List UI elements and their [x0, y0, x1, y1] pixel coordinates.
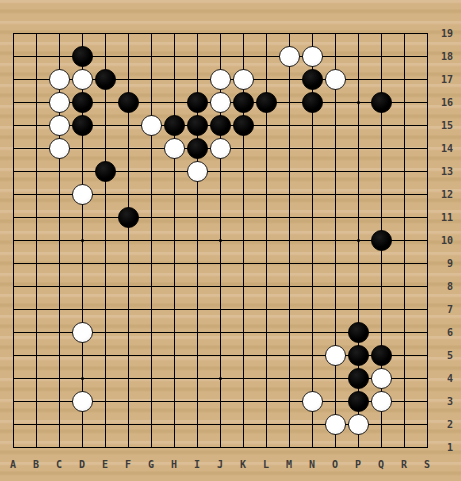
- cell-I6[interactable]: [186, 321, 209, 344]
- cell-C2[interactable]: [48, 413, 71, 436]
- cell-H18[interactable]: [163, 45, 186, 68]
- cell-P9[interactable]: [347, 252, 370, 275]
- cell-O3[interactable]: [324, 390, 347, 413]
- cell-R4[interactable]: [393, 367, 416, 390]
- cell-R15[interactable]: [393, 114, 416, 137]
- cell-I4[interactable]: [186, 367, 209, 390]
- cell-C8[interactable]: [48, 275, 71, 298]
- cell-D4[interactable]: [71, 367, 94, 390]
- cell-H11[interactable]: [163, 206, 186, 229]
- cell-Q6[interactable]: [370, 321, 393, 344]
- cell-O10[interactable]: [324, 229, 347, 252]
- cell-L13[interactable]: [255, 160, 278, 183]
- cell-M7[interactable]: [278, 298, 301, 321]
- cell-B13[interactable]: [25, 160, 48, 183]
- cell-A16[interactable]: [2, 91, 25, 114]
- cell-J5[interactable]: [209, 344, 232, 367]
- cell-E11[interactable]: [94, 206, 117, 229]
- cell-R11[interactable]: [393, 206, 416, 229]
- cell-O13[interactable]: [324, 160, 347, 183]
- cell-E14[interactable]: [94, 137, 117, 160]
- cell-N19[interactable]: [301, 22, 324, 45]
- cell-G1[interactable]: [140, 436, 163, 459]
- cell-F8[interactable]: [117, 275, 140, 298]
- cell-L9[interactable]: [255, 252, 278, 275]
- cell-M18[interactable]: [278, 45, 301, 68]
- cell-L3[interactable]: [255, 390, 278, 413]
- cell-O1[interactable]: [324, 436, 347, 459]
- cell-I9[interactable]: [186, 252, 209, 275]
- cell-F2[interactable]: [117, 413, 140, 436]
- cell-H13[interactable]: [163, 160, 186, 183]
- cell-D1[interactable]: [71, 436, 94, 459]
- cell-E3[interactable]: [94, 390, 117, 413]
- cell-A18[interactable]: [2, 45, 25, 68]
- cell-B1[interactable]: [25, 436, 48, 459]
- cell-P12[interactable]: [347, 183, 370, 206]
- cell-L17[interactable]: [255, 68, 278, 91]
- cell-N9[interactable]: [301, 252, 324, 275]
- cell-N14[interactable]: [301, 137, 324, 160]
- cell-Q19[interactable]: [370, 22, 393, 45]
- cell-K12[interactable]: [232, 183, 255, 206]
- cell-O14[interactable]: [324, 137, 347, 160]
- cell-F5[interactable]: [117, 344, 140, 367]
- cell-D8[interactable]: [71, 275, 94, 298]
- cell-I19[interactable]: [186, 22, 209, 45]
- cell-R14[interactable]: [393, 137, 416, 160]
- cell-E2[interactable]: [94, 413, 117, 436]
- cell-O16[interactable]: [324, 91, 347, 114]
- cell-J12[interactable]: [209, 183, 232, 206]
- cell-P1[interactable]: [347, 436, 370, 459]
- cell-D7[interactable]: [71, 298, 94, 321]
- cell-H2[interactable]: [163, 413, 186, 436]
- cell-R12[interactable]: [393, 183, 416, 206]
- cell-I5[interactable]: [186, 344, 209, 367]
- cell-J16[interactable]: [209, 91, 232, 114]
- cell-G12[interactable]: [140, 183, 163, 206]
- cell-D9[interactable]: [71, 252, 94, 275]
- cell-Q16[interactable]: [370, 91, 393, 114]
- cell-E9[interactable]: [94, 252, 117, 275]
- cell-D2[interactable]: [71, 413, 94, 436]
- cell-G10[interactable]: [140, 229, 163, 252]
- cell-K16[interactable]: [232, 91, 255, 114]
- cell-A3[interactable]: [2, 390, 25, 413]
- cell-M8[interactable]: [278, 275, 301, 298]
- cell-A12[interactable]: [2, 183, 25, 206]
- cell-Q14[interactable]: [370, 137, 393, 160]
- cell-M16[interactable]: [278, 91, 301, 114]
- cell-D19[interactable]: [71, 22, 94, 45]
- cell-G8[interactable]: [140, 275, 163, 298]
- cell-H5[interactable]: [163, 344, 186, 367]
- cell-B18[interactable]: [25, 45, 48, 68]
- cell-R3[interactable]: [393, 390, 416, 413]
- cell-H6[interactable]: [163, 321, 186, 344]
- cell-L19[interactable]: [255, 22, 278, 45]
- cell-O5[interactable]: [324, 344, 347, 367]
- cell-J4[interactable]: [209, 367, 232, 390]
- cell-N1[interactable]: [301, 436, 324, 459]
- cell-P3[interactable]: [347, 390, 370, 413]
- cell-P2[interactable]: [347, 413, 370, 436]
- cell-O6[interactable]: [324, 321, 347, 344]
- cell-C17[interactable]: [48, 68, 71, 91]
- cell-Q18[interactable]: [370, 45, 393, 68]
- cell-E1[interactable]: [94, 436, 117, 459]
- cell-I11[interactable]: [186, 206, 209, 229]
- cell-F4[interactable]: [117, 367, 140, 390]
- cell-D5[interactable]: [71, 344, 94, 367]
- cell-D17[interactable]: [71, 68, 94, 91]
- cell-J11[interactable]: [209, 206, 232, 229]
- cell-I7[interactable]: [186, 298, 209, 321]
- cell-F3[interactable]: [117, 390, 140, 413]
- cell-M10[interactable]: [278, 229, 301, 252]
- cell-H15[interactable]: [163, 114, 186, 137]
- cell-P5[interactable]: [347, 344, 370, 367]
- cell-B2[interactable]: [25, 413, 48, 436]
- cell-A1[interactable]: [2, 436, 25, 459]
- cell-B14[interactable]: [25, 137, 48, 160]
- cell-O2[interactable]: [324, 413, 347, 436]
- cell-F14[interactable]: [117, 137, 140, 160]
- cell-N17[interactable]: [301, 68, 324, 91]
- cell-H9[interactable]: [163, 252, 186, 275]
- cell-K14[interactable]: [232, 137, 255, 160]
- cell-I3[interactable]: [186, 390, 209, 413]
- cell-G17[interactable]: [140, 68, 163, 91]
- cell-I18[interactable]: [186, 45, 209, 68]
- cell-E10[interactable]: [94, 229, 117, 252]
- cell-R8[interactable]: [393, 275, 416, 298]
- cell-O18[interactable]: [324, 45, 347, 68]
- cell-L2[interactable]: [255, 413, 278, 436]
- cell-L11[interactable]: [255, 206, 278, 229]
- cell-G18[interactable]: [140, 45, 163, 68]
- cell-E7[interactable]: [94, 298, 117, 321]
- cell-O15[interactable]: [324, 114, 347, 137]
- cell-D11[interactable]: [71, 206, 94, 229]
- cell-E19[interactable]: [94, 22, 117, 45]
- cell-M19[interactable]: [278, 22, 301, 45]
- cell-B3[interactable]: [25, 390, 48, 413]
- cell-M12[interactable]: [278, 183, 301, 206]
- cell-O9[interactable]: [324, 252, 347, 275]
- cell-K11[interactable]: [232, 206, 255, 229]
- cell-I14[interactable]: [186, 137, 209, 160]
- cell-J1[interactable]: [209, 436, 232, 459]
- cell-J2[interactable]: [209, 413, 232, 436]
- cell-G6[interactable]: [140, 321, 163, 344]
- cell-A7[interactable]: [2, 298, 25, 321]
- cell-Q7[interactable]: [370, 298, 393, 321]
- cell-B10[interactable]: [25, 229, 48, 252]
- cell-L6[interactable]: [255, 321, 278, 344]
- cell-F10[interactable]: [117, 229, 140, 252]
- cell-P17[interactable]: [347, 68, 370, 91]
- cell-M9[interactable]: [278, 252, 301, 275]
- cell-G14[interactable]: [140, 137, 163, 160]
- cell-J18[interactable]: [209, 45, 232, 68]
- cell-K9[interactable]: [232, 252, 255, 275]
- cell-P8[interactable]: [347, 275, 370, 298]
- cell-M3[interactable]: [278, 390, 301, 413]
- cell-N8[interactable]: [301, 275, 324, 298]
- cell-J13[interactable]: [209, 160, 232, 183]
- cell-R6[interactable]: [393, 321, 416, 344]
- cell-O12[interactable]: [324, 183, 347, 206]
- cell-G7[interactable]: [140, 298, 163, 321]
- cell-R18[interactable]: [393, 45, 416, 68]
- cell-N18[interactable]: [301, 45, 324, 68]
- cell-O11[interactable]: [324, 206, 347, 229]
- cell-F7[interactable]: [117, 298, 140, 321]
- cell-M11[interactable]: [278, 206, 301, 229]
- cell-L15[interactable]: [255, 114, 278, 137]
- cell-K17[interactable]: [232, 68, 255, 91]
- cell-F15[interactable]: [117, 114, 140, 137]
- cell-L16[interactable]: [255, 91, 278, 114]
- cell-N3[interactable]: [301, 390, 324, 413]
- cell-A10[interactable]: [2, 229, 25, 252]
- cell-H19[interactable]: [163, 22, 186, 45]
- cell-C19[interactable]: [48, 22, 71, 45]
- cell-M4[interactable]: [278, 367, 301, 390]
- cell-C5[interactable]: [48, 344, 71, 367]
- cell-Q4[interactable]: [370, 367, 393, 390]
- cell-P11[interactable]: [347, 206, 370, 229]
- cell-Q10[interactable]: [370, 229, 393, 252]
- cell-E13[interactable]: [94, 160, 117, 183]
- cell-K19[interactable]: [232, 22, 255, 45]
- cell-Q13[interactable]: [370, 160, 393, 183]
- cell-H1[interactable]: [163, 436, 186, 459]
- cell-G2[interactable]: [140, 413, 163, 436]
- cell-K3[interactable]: [232, 390, 255, 413]
- cell-C14[interactable]: [48, 137, 71, 160]
- cell-D14[interactable]: [71, 137, 94, 160]
- cell-H12[interactable]: [163, 183, 186, 206]
- cell-A14[interactable]: [2, 137, 25, 160]
- cell-H3[interactable]: [163, 390, 186, 413]
- cell-C10[interactable]: [48, 229, 71, 252]
- cell-A9[interactable]: [2, 252, 25, 275]
- cell-J14[interactable]: [209, 137, 232, 160]
- cell-J15[interactable]: [209, 114, 232, 137]
- cell-H4[interactable]: [163, 367, 186, 390]
- cell-P10[interactable]: [347, 229, 370, 252]
- cell-E18[interactable]: [94, 45, 117, 68]
- cell-C18[interactable]: [48, 45, 71, 68]
- cell-A13[interactable]: [2, 160, 25, 183]
- cell-N11[interactable]: [301, 206, 324, 229]
- cell-Q15[interactable]: [370, 114, 393, 137]
- cell-I13[interactable]: [186, 160, 209, 183]
- cell-D18[interactable]: [71, 45, 94, 68]
- cell-A11[interactable]: [2, 206, 25, 229]
- cell-D10[interactable]: [71, 229, 94, 252]
- cell-B11[interactable]: [25, 206, 48, 229]
- cell-K10[interactable]: [232, 229, 255, 252]
- cell-I2[interactable]: [186, 413, 209, 436]
- cell-C15[interactable]: [48, 114, 71, 137]
- cell-K15[interactable]: [232, 114, 255, 137]
- cell-R7[interactable]: [393, 298, 416, 321]
- cell-G15[interactable]: [140, 114, 163, 137]
- cell-M5[interactable]: [278, 344, 301, 367]
- cell-H14[interactable]: [163, 137, 186, 160]
- cell-C9[interactable]: [48, 252, 71, 275]
- cell-O4[interactable]: [324, 367, 347, 390]
- cell-I17[interactable]: [186, 68, 209, 91]
- cell-D16[interactable]: [71, 91, 94, 114]
- cell-R2[interactable]: [393, 413, 416, 436]
- cell-Q3[interactable]: [370, 390, 393, 413]
- cell-I1[interactable]: [186, 436, 209, 459]
- cell-Q11[interactable]: [370, 206, 393, 229]
- cell-R10[interactable]: [393, 229, 416, 252]
- cell-L12[interactable]: [255, 183, 278, 206]
- cell-D13[interactable]: [71, 160, 94, 183]
- cell-Q8[interactable]: [370, 275, 393, 298]
- cell-F19[interactable]: [117, 22, 140, 45]
- cell-N4[interactable]: [301, 367, 324, 390]
- cell-H10[interactable]: [163, 229, 186, 252]
- cell-L10[interactable]: [255, 229, 278, 252]
- cell-E15[interactable]: [94, 114, 117, 137]
- cell-F9[interactable]: [117, 252, 140, 275]
- cell-N15[interactable]: [301, 114, 324, 137]
- cell-O17[interactable]: [324, 68, 347, 91]
- cell-G5[interactable]: [140, 344, 163, 367]
- cell-F16[interactable]: [117, 91, 140, 114]
- cell-J10[interactable]: [209, 229, 232, 252]
- cell-F13[interactable]: [117, 160, 140, 183]
- cell-N2[interactable]: [301, 413, 324, 436]
- cell-C6[interactable]: [48, 321, 71, 344]
- cell-K1[interactable]: [232, 436, 255, 459]
- cell-N10[interactable]: [301, 229, 324, 252]
- cell-I15[interactable]: [186, 114, 209, 137]
- cell-J9[interactable]: [209, 252, 232, 275]
- cell-H7[interactable]: [163, 298, 186, 321]
- cell-G4[interactable]: [140, 367, 163, 390]
- cell-E6[interactable]: [94, 321, 117, 344]
- cell-Q9[interactable]: [370, 252, 393, 275]
- cell-B9[interactable]: [25, 252, 48, 275]
- cell-D6[interactable]: [71, 321, 94, 344]
- cell-M1[interactable]: [278, 436, 301, 459]
- cell-Q5[interactable]: [370, 344, 393, 367]
- cell-B16[interactable]: [25, 91, 48, 114]
- cell-Q2[interactable]: [370, 413, 393, 436]
- cell-C4[interactable]: [48, 367, 71, 390]
- cell-I8[interactable]: [186, 275, 209, 298]
- cell-P6[interactable]: [347, 321, 370, 344]
- cell-K13[interactable]: [232, 160, 255, 183]
- cell-G9[interactable]: [140, 252, 163, 275]
- cell-K5[interactable]: [232, 344, 255, 367]
- cell-O8[interactable]: [324, 275, 347, 298]
- cell-C1[interactable]: [48, 436, 71, 459]
- cell-M17[interactable]: [278, 68, 301, 91]
- cell-J19[interactable]: [209, 22, 232, 45]
- cell-J8[interactable]: [209, 275, 232, 298]
- cell-K2[interactable]: [232, 413, 255, 436]
- cell-B6[interactable]: [25, 321, 48, 344]
- cell-C13[interactable]: [48, 160, 71, 183]
- cell-R1[interactable]: [393, 436, 416, 459]
- cell-A2[interactable]: [2, 413, 25, 436]
- cell-N12[interactable]: [301, 183, 324, 206]
- cell-R16[interactable]: [393, 91, 416, 114]
- cell-R5[interactable]: [393, 344, 416, 367]
- cell-C11[interactable]: [48, 206, 71, 229]
- cell-Q12[interactable]: [370, 183, 393, 206]
- cell-E12[interactable]: [94, 183, 117, 206]
- cell-P16[interactable]: [347, 91, 370, 114]
- cell-G16[interactable]: [140, 91, 163, 114]
- cell-L1[interactable]: [255, 436, 278, 459]
- cell-R9[interactable]: [393, 252, 416, 275]
- cell-L4[interactable]: [255, 367, 278, 390]
- cell-J3[interactable]: [209, 390, 232, 413]
- cell-F17[interactable]: [117, 68, 140, 91]
- cell-G13[interactable]: [140, 160, 163, 183]
- cell-B19[interactable]: [25, 22, 48, 45]
- cell-K8[interactable]: [232, 275, 255, 298]
- cell-I16[interactable]: [186, 91, 209, 114]
- cell-E16[interactable]: [94, 91, 117, 114]
- cell-M14[interactable]: [278, 137, 301, 160]
- cell-F11[interactable]: [117, 206, 140, 229]
- cell-R13[interactable]: [393, 160, 416, 183]
- cell-A5[interactable]: [2, 344, 25, 367]
- cell-B5[interactable]: [25, 344, 48, 367]
- cell-M6[interactable]: [278, 321, 301, 344]
- cell-R19[interactable]: [393, 22, 416, 45]
- cell-L18[interactable]: [255, 45, 278, 68]
- cell-N13[interactable]: [301, 160, 324, 183]
- cell-D3[interactable]: [71, 390, 94, 413]
- cell-O7[interactable]: [324, 298, 347, 321]
- cell-E4[interactable]: [94, 367, 117, 390]
- cell-P19[interactable]: [347, 22, 370, 45]
- cell-M2[interactable]: [278, 413, 301, 436]
- cell-K4[interactable]: [232, 367, 255, 390]
- cell-E8[interactable]: [94, 275, 117, 298]
- cell-B12[interactable]: [25, 183, 48, 206]
- cell-B17[interactable]: [25, 68, 48, 91]
- cell-L5[interactable]: [255, 344, 278, 367]
- cell-A8[interactable]: [2, 275, 25, 298]
- cell-L14[interactable]: [255, 137, 278, 160]
- cell-P13[interactable]: [347, 160, 370, 183]
- cell-P15[interactable]: [347, 114, 370, 137]
- cell-B15[interactable]: [25, 114, 48, 137]
- cell-G19[interactable]: [140, 22, 163, 45]
- cell-Q17[interactable]: [370, 68, 393, 91]
- cell-O19[interactable]: [324, 22, 347, 45]
- cell-B7[interactable]: [25, 298, 48, 321]
- cell-L8[interactable]: [255, 275, 278, 298]
- cell-F12[interactable]: [117, 183, 140, 206]
- cell-F18[interactable]: [117, 45, 140, 68]
- cell-J7[interactable]: [209, 298, 232, 321]
